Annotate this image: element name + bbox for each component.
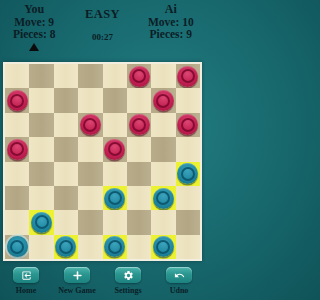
square-r7c3 [54,210,78,234]
red-piece[interactable] [153,90,174,111]
footer-toolbar: Home New Game Settings Udno [0,261,205,300]
teal-piece[interactable] [31,212,52,233]
square-r6c2 [29,186,53,210]
square-r2c8 [176,88,200,112]
square-r8c5[interactable] [103,235,127,259]
red-piece[interactable] [7,90,28,111]
square-r5c3 [54,162,78,186]
square-r1c5 [103,64,127,88]
square-r4c1[interactable] [5,137,29,161]
ai-piece-count: Pieces: 9 [150,28,192,40]
square-r7c7 [151,210,175,234]
square-r7c6[interactable] [127,210,151,234]
new-game-group: New Game [52,267,102,295]
square-r7c1 [5,210,29,234]
header: You Move: 9 Pieces: 8 EASY 00:27 Ai Move… [0,0,205,62]
new-game-label: New Game [58,286,96,295]
square-r6c4 [78,186,102,210]
square-r2c4 [78,88,102,112]
square-r2c2 [29,88,53,112]
teal-piece[interactable] [177,163,198,184]
red-piece[interactable] [80,114,101,135]
home-button[interactable] [13,267,39,283]
square-r4c3[interactable] [54,137,78,161]
square-r5c7 [151,162,175,186]
square-r3c8[interactable] [176,113,200,137]
teal-piece[interactable] [153,236,174,257]
board [3,62,202,261]
red-piece[interactable] [7,139,28,160]
square-r1c2[interactable] [29,64,53,88]
teal-piece[interactable] [55,236,76,257]
red-piece[interactable] [129,114,150,135]
red-piece[interactable] [177,114,198,135]
gear-icon [123,270,134,281]
new-game-button[interactable] [64,267,90,283]
red-piece[interactable] [129,66,150,87]
square-r2c6 [127,88,151,112]
square-r3c6[interactable] [127,113,151,137]
square-r3c1 [5,113,29,137]
square-r2c7[interactable] [151,88,175,112]
undo-icon [174,270,185,281]
square-r7c2[interactable] [29,210,53,234]
difficulty-label: EASY [85,8,120,21]
teal-piece[interactable] [104,236,125,257]
square-r7c5 [103,210,127,234]
square-r4c8 [176,137,200,161]
red-piece[interactable] [177,66,198,87]
settings-group: Settings [103,267,153,295]
settings-label: Settings [114,286,141,295]
square-r3c4[interactable] [78,113,102,137]
square-r6c1[interactable] [5,186,29,210]
square-r8c3[interactable] [54,235,78,259]
square-r7c8[interactable] [176,210,200,234]
teal-piece[interactable] [153,188,174,209]
square-r5c5 [103,162,127,186]
square-r5c4[interactable] [78,162,102,186]
square-r5c8[interactable] [176,162,200,186]
square-r8c8 [176,235,200,259]
square-r1c1 [5,64,29,88]
ai-move-count: Move: 10 [148,16,194,28]
ai-name: Ai [165,3,177,16]
square-r1c8[interactable] [176,64,200,88]
player-move-count: Move: 9 [14,16,54,28]
home-label: Home [16,286,36,295]
square-r1c4[interactable] [78,64,102,88]
center-panel: EASY 00:27 [68,0,136,62]
settings-button[interactable] [115,267,141,283]
square-r6c3[interactable] [54,186,78,210]
square-r5c6[interactable] [127,162,151,186]
plus-icon [72,270,83,281]
square-r8c7[interactable] [151,235,175,259]
square-r8c1[interactable] [5,235,29,259]
square-r1c3 [54,64,78,88]
square-r2c3[interactable] [54,88,78,112]
square-r6c5[interactable] [103,186,127,210]
square-r2c5[interactable] [103,88,127,112]
square-r4c5[interactable] [103,137,127,161]
square-r6c8 [176,186,200,210]
turn-indicator-triangle [29,43,39,51]
square-r6c6 [127,186,151,210]
square-r8c4 [78,235,102,259]
square-r3c3 [54,113,78,137]
square-r3c5 [103,113,127,137]
player-piece-count: Pieces: 8 [13,28,55,40]
teal-piece[interactable] [104,188,125,209]
square-r4c2 [29,137,53,161]
square-r3c2[interactable] [29,113,53,137]
square-r4c4 [78,137,102,161]
square-r5c2[interactable] [29,162,53,186]
red-piece[interactable] [104,139,125,160]
undo-button[interactable] [166,267,192,283]
square-r4c7[interactable] [151,137,175,161]
undo-group: Udno [154,267,204,295]
game-timer: 00:27 [92,32,113,42]
home-icon [21,270,32,281]
square-r5c1 [5,162,29,186]
teal-piece[interactable] [7,236,28,257]
home-group: Home [1,267,51,295]
square-r6c7[interactable] [151,186,175,210]
square-r1c7 [151,64,175,88]
player-name: You [24,3,44,16]
square-r1c6[interactable] [127,64,151,88]
square-r3c7 [151,113,175,137]
undo-label: Udno [170,286,189,295]
square-r4c6 [127,137,151,161]
square-r8c2 [29,235,53,259]
ai-panel: Ai Move: 10 Pieces: 9 [137,0,205,62]
square-r2c1[interactable] [5,88,29,112]
player-panel: You Move: 9 Pieces: 8 [0,0,68,62]
square-r7c4[interactable] [78,210,102,234]
square-r8c6 [127,235,151,259]
